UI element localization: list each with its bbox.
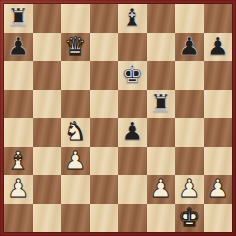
square-a3[interactable]: ♝ [4,147,33,176]
piece-black-pawn[interactable]: ♟ [7,33,29,61]
piece-white-pawn[interactable]: ♟ [7,175,29,203]
piece-black-pawn[interactable]: ♟ [178,33,200,61]
square-g4[interactable] [175,118,204,147]
square-h2[interactable]: ♟ [204,175,233,204]
square-f4[interactable] [147,118,176,147]
square-h1[interactable] [204,204,233,233]
square-h6[interactable] [204,61,233,90]
square-e8[interactable]: ♝ [118,4,147,33]
square-e4[interactable]: ♟ [118,118,147,147]
square-f7[interactable] [147,33,176,62]
square-a1[interactable] [4,204,33,233]
square-a7[interactable]: ♟ [4,33,33,62]
square-b4[interactable] [33,118,62,147]
square-e5[interactable] [118,90,147,119]
square-b3[interactable] [33,147,62,176]
square-f3[interactable] [147,147,176,176]
square-g1[interactable]: ♚ [175,204,204,233]
square-g3[interactable] [175,147,204,176]
piece-white-knight[interactable]: ♞ [64,118,86,146]
square-b2[interactable] [33,175,62,204]
square-g6[interactable] [175,61,204,90]
square-d1[interactable] [90,204,119,233]
piece-white-pawn[interactable]: ♟ [178,175,200,203]
square-e7[interactable] [118,33,147,62]
piece-black-king[interactable]: ♚ [121,61,143,89]
square-a8[interactable]: ♜ [4,4,33,33]
square-f8[interactable] [147,4,176,33]
piece-white-king[interactable]: ♚ [178,204,200,232]
square-f5[interactable]: ♜ [147,90,176,119]
square-d4[interactable] [90,118,119,147]
square-g7[interactable]: ♟ [175,33,204,62]
square-c5[interactable] [61,90,90,119]
square-e3[interactable] [118,147,147,176]
square-c4[interactable]: ♞ [61,118,90,147]
square-c2[interactable] [61,175,90,204]
piece-white-pawn[interactable]: ♟ [207,175,229,203]
square-b6[interactable] [33,61,62,90]
square-e2[interactable] [118,175,147,204]
square-d2[interactable] [90,175,119,204]
square-e1[interactable] [118,204,147,233]
square-f6[interactable] [147,61,176,90]
square-d3[interactable] [90,147,119,176]
square-a2[interactable]: ♟ [4,175,33,204]
square-a6[interactable] [4,61,33,90]
piece-white-bishop[interactable]: ♝ [7,147,29,175]
square-h4[interactable] [204,118,233,147]
piece-white-pawn[interactable]: ♟ [150,175,172,203]
square-f1[interactable] [147,204,176,233]
square-d5[interactable] [90,90,119,119]
piece-white-queen[interactable]: ♛ [64,33,86,61]
square-b1[interactable] [33,204,62,233]
square-h5[interactable] [204,90,233,119]
piece-black-rook[interactable]: ♜ [150,90,172,118]
square-c8[interactable] [61,4,90,33]
piece-black-pawn[interactable]: ♟ [207,33,229,61]
square-d6[interactable] [90,61,119,90]
square-h7[interactable]: ♟ [204,33,233,62]
square-c1[interactable] [61,204,90,233]
piece-black-bishop[interactable]: ♝ [121,4,143,32]
square-d7[interactable] [90,33,119,62]
square-a4[interactable] [4,118,33,147]
piece-black-rook[interactable]: ♜ [7,4,29,32]
square-h8[interactable] [204,4,233,33]
square-c7[interactable]: ♛ [61,33,90,62]
square-b5[interactable] [33,90,62,119]
piece-white-pawn[interactable]: ♟ [64,147,86,175]
square-a5[interactable] [4,90,33,119]
square-g2[interactable]: ♟ [175,175,204,204]
square-e6[interactable]: ♚ [118,61,147,90]
chess-board-frame: ♜♝♟♛♟♟♚♜♞♟♝♟♟♟♟♟♚ [0,0,236,236]
piece-black-pawn[interactable]: ♟ [121,118,143,146]
square-g5[interactable] [175,90,204,119]
square-g8[interactable] [175,4,204,33]
square-f2[interactable]: ♟ [147,175,176,204]
square-c6[interactable] [61,61,90,90]
chess-board: ♜♝♟♛♟♟♚♜♞♟♝♟♟♟♟♟♚ [4,4,232,232]
square-b8[interactable] [33,4,62,33]
square-d8[interactable] [90,4,119,33]
square-h3[interactable] [204,147,233,176]
square-b7[interactable] [33,33,62,62]
square-c3[interactable]: ♟ [61,147,90,176]
